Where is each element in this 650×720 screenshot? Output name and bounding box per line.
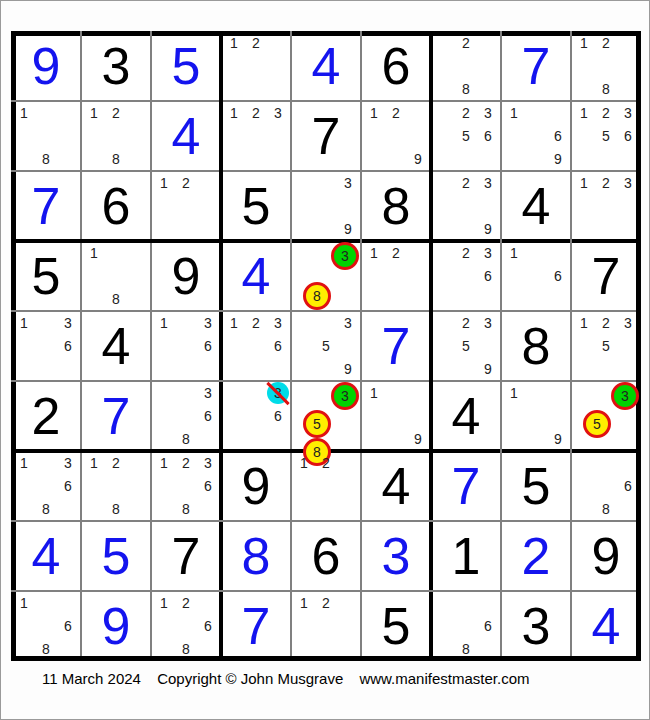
cell-r4c3[interactable]: 9	[151, 241, 221, 311]
cell-r3c4[interactable]: 5	[221, 171, 291, 241]
candidate-slot-7	[293, 282, 303, 310]
candidates-grid: 12	[363, 242, 429, 310]
cell-r5c2[interactable]: 4	[81, 311, 151, 381]
candidate-slot-5	[105, 475, 127, 498]
candidate-slot-8	[175, 217, 197, 240]
big-digit: 4	[221, 241, 291, 311]
candidate-slot-1: 1	[573, 172, 595, 195]
candidate-slot-6	[407, 125, 429, 148]
candidate-2: 2	[175, 452, 197, 474]
cell-r1c3[interactable]: 5	[151, 31, 221, 101]
candidate-slot-3: 3	[337, 312, 359, 335]
cell-r8c3[interactable]: 7	[151, 521, 221, 591]
candidate-slot-6: 6	[267, 405, 289, 428]
candidate-2: 2	[245, 32, 267, 54]
candidate-slot-1: 1	[153, 592, 175, 615]
candidate-slot-4	[433, 615, 455, 638]
candidate-2: 2	[385, 242, 407, 264]
candidates-grid: 12368	[153, 452, 219, 520]
candidate-slot-4	[433, 125, 455, 148]
candidate-slot-1	[293, 242, 303, 270]
candidate-slot-1: 1	[223, 32, 245, 55]
big-digit: 8	[361, 171, 431, 241]
candidate-slot-7	[573, 357, 595, 380]
cell-r7c9[interactable]: 68	[571, 451, 641, 521]
candidate-slot-7	[13, 497, 35, 520]
candidates-grid: 12356	[573, 102, 639, 170]
candidate-slot-9	[477, 77, 499, 100]
candidate-slot-7	[433, 77, 455, 100]
candidate-slot-3: 3	[197, 312, 219, 335]
candidate-slot-6	[547, 405, 569, 428]
candidate-1: 1	[223, 312, 245, 334]
cell-r9c3[interactable]: 1268	[151, 591, 221, 661]
candidate-slot-1: 1	[13, 312, 35, 335]
candidate-3: 3	[477, 312, 499, 334]
candidate-slot-3: 3	[267, 382, 289, 405]
candidate-slot-3: 3	[617, 102, 639, 125]
candidate-slot-9	[617, 497, 639, 520]
candidate-6: 6	[477, 125, 499, 147]
candidates-grid: 36	[223, 382, 289, 450]
candidate-slot-4	[573, 125, 595, 148]
candidate-slot-1: 1	[153, 312, 175, 335]
candidate-slot-7	[13, 637, 35, 660]
candidate-slot-6: 6	[617, 475, 639, 498]
cell-r3c8[interactable]: 4	[501, 171, 571, 241]
candidate-slot-5	[35, 615, 57, 638]
candidate-slot-9	[57, 497, 79, 520]
candidate-8: 8	[595, 78, 617, 100]
cell-r8c7[interactable]: 1	[431, 521, 501, 591]
candidate-slot-9	[197, 497, 219, 520]
candidate-slot-9: 9	[337, 357, 359, 380]
candidate-slot-7	[153, 357, 175, 380]
candidate-slot-5	[35, 125, 57, 148]
candidate-2: 2	[595, 312, 617, 334]
candidate-slot-3	[127, 452, 149, 475]
candidate-slot-7	[293, 217, 315, 240]
candidate-6: 6	[197, 475, 219, 497]
cell-r8c1[interactable]: 4	[11, 521, 81, 591]
candidate-slot-5	[385, 125, 407, 148]
candidate-slot-4	[503, 405, 525, 428]
big-digit: 2	[501, 521, 571, 591]
candidate-1: 1	[223, 32, 245, 54]
cell-r6c2[interactable]: 7	[81, 381, 151, 451]
candidate-slot-8	[595, 357, 617, 380]
candidate-slot-6	[337, 335, 359, 358]
candidate-3-green-highlight: 3	[611, 382, 639, 410]
candidate-slot-5	[303, 270, 331, 282]
candidate-2: 2	[175, 172, 197, 194]
candidate-slot-3: 3	[477, 242, 499, 265]
candidate-slot-8: 8	[455, 77, 477, 100]
candidate-slot-3: 3	[57, 312, 79, 335]
candidate-8-yellow-highlight: 8	[303, 282, 331, 310]
candidates-grid: 359	[293, 312, 359, 380]
cell-r4c5[interactable]: 38	[291, 241, 361, 311]
candidate-slot-2: 2	[245, 312, 267, 335]
candidate-6: 6	[197, 405, 219, 427]
cell-r5c3[interactable]: 136	[151, 311, 221, 381]
cell-r1c6[interactable]: 6	[361, 31, 431, 101]
cell-r8c5[interactable]: 6	[291, 521, 361, 591]
cell-r8c4[interactable]: 8	[221, 521, 291, 591]
candidate-slot-8: 8	[35, 147, 57, 170]
cell-r3c3[interactable]: 12	[151, 171, 221, 241]
cell-r3c5[interactable]: 39	[291, 171, 361, 241]
candidate-slot-6	[337, 195, 359, 218]
candidate-slot-3: 3	[617, 172, 639, 195]
candidate-1: 1	[503, 382, 525, 404]
cell-r2c4[interactable]: 123	[221, 101, 291, 171]
candidate-6: 6	[197, 615, 219, 637]
big-digit: 5	[151, 31, 221, 101]
candidate-slot-1: 1	[363, 242, 385, 265]
candidate-8: 8	[105, 288, 127, 310]
candidate-8: 8	[35, 638, 57, 660]
candidate-slot-1	[293, 382, 303, 410]
candidate-3: 3	[267, 312, 289, 334]
candidate-1: 1	[13, 102, 35, 124]
candidate-slot-1: 1	[293, 592, 315, 615]
candidate-slot-6	[127, 125, 149, 148]
candidate-1: 1	[573, 312, 595, 334]
candidate-slot-5: 5	[315, 335, 337, 358]
cell-r7c2[interactable]: 128	[81, 451, 151, 521]
candidate-slot-8	[385, 287, 407, 310]
cell-r2c2[interactable]: 128	[81, 101, 151, 171]
cell-r1c7[interactable]: 28	[431, 31, 501, 101]
candidate-slot-2	[315, 172, 337, 195]
candidate-slot-4	[573, 195, 595, 218]
candidate-slot-8	[455, 357, 477, 380]
candidate-slot-4	[293, 270, 303, 282]
candidate-slot-6	[127, 475, 149, 498]
candidate-slot-3	[407, 382, 429, 405]
cell-r4c7[interactable]: 236	[431, 241, 501, 311]
cell-r8c2[interactable]: 5	[81, 521, 151, 591]
cell-r2c6[interactable]: 129	[361, 101, 431, 171]
candidate-slot-4	[573, 55, 595, 78]
candidates-grid: 123	[223, 102, 289, 170]
candidate-slot-5	[35, 335, 57, 358]
candidate-slot-2	[35, 102, 57, 125]
candidate-slot-3	[197, 172, 219, 195]
cell-r3c1[interactable]: 7	[11, 171, 81, 241]
cell-r5c1[interactable]: 136	[11, 311, 81, 381]
candidate-slot-8	[525, 147, 547, 170]
candidate-slot-8: 8	[105, 287, 127, 310]
candidate-3: 3	[617, 312, 639, 334]
cell-r5c9[interactable]: 1235	[571, 311, 641, 381]
cell-r3c9[interactable]: 123	[571, 171, 641, 241]
candidate-8: 8	[35, 148, 57, 170]
candidate-slot-1: 1	[13, 102, 35, 125]
candidate-slot-7	[573, 438, 583, 450]
candidate-6: 6	[267, 405, 289, 427]
cell-r7c7[interactable]: 7	[431, 451, 501, 521]
cell-r1c2[interactable]: 3	[81, 31, 151, 101]
big-digit: 6	[81, 171, 151, 241]
candidate-8: 8	[175, 638, 197, 660]
candidate-1: 1	[153, 452, 175, 474]
candidate-slot-2	[175, 312, 197, 335]
candidate-slot-7	[433, 217, 455, 240]
candidate-slot-3: 3	[197, 452, 219, 475]
candidate-slot-7	[83, 147, 105, 170]
cell-r6c8[interactable]: 19	[501, 381, 571, 451]
sudoku-page: 9351246287128181284123712923561691235676…	[0, 0, 650, 720]
cell-r7c4[interactable]: 9	[221, 451, 291, 521]
candidate-slot-3: 3	[477, 102, 499, 125]
cell-r7c3[interactable]: 12368	[151, 451, 221, 521]
cell-r7c1[interactable]: 1368	[11, 451, 81, 521]
big-digit: 8	[221, 521, 291, 591]
candidates-grid: 168	[13, 592, 79, 660]
candidate-slot-1	[293, 312, 315, 335]
candidate-1: 1	[83, 452, 105, 474]
candidate-slot-2: 2	[175, 172, 197, 195]
candidate-2: 2	[595, 102, 617, 124]
candidate-slot-9: 9	[477, 217, 499, 240]
candidate-slot-9: 9	[477, 357, 499, 380]
candidate-slot-4	[433, 265, 455, 288]
cell-r1c1[interactable]: 9	[11, 31, 81, 101]
candidates-grid: 12	[293, 592, 359, 660]
candidate-slot-1: 1	[83, 452, 105, 475]
candidate-slot-6	[127, 265, 149, 288]
candidate-slot-4	[433, 195, 455, 218]
candidate-slot-2	[105, 242, 127, 265]
cell-r6c7[interactable]: 4	[431, 381, 501, 451]
big-digit: 7	[81, 381, 151, 451]
cell-r2c7[interactable]: 2356	[431, 101, 501, 171]
cell-r2c3[interactable]: 4	[151, 101, 221, 171]
cell-r6c4[interactable]: 36	[221, 381, 291, 451]
candidate-2: 2	[455, 102, 477, 124]
candidate-slot-2: 2	[595, 102, 617, 125]
candidate-slot-1	[573, 452, 595, 475]
candidate-slot-2: 2	[455, 312, 477, 335]
candidates-grid: 128	[573, 32, 639, 100]
candidate-slot-8	[525, 287, 547, 310]
candidate-slot-2: 2	[315, 592, 337, 615]
candidate-slot-9	[617, 77, 639, 100]
candidate-slot-4	[153, 615, 175, 638]
cell-r2c9[interactable]: 12356	[571, 101, 641, 171]
candidate-slot-3	[127, 102, 149, 125]
candidate-3: 3	[337, 172, 359, 194]
candidate-1: 1	[573, 102, 595, 124]
candidate-slot-8	[175, 357, 197, 380]
candidate-slot-7	[13, 147, 35, 170]
candidate-slot-8	[315, 497, 337, 520]
candidate-3: 3	[617, 102, 639, 124]
candidate-slot-8: 8	[175, 637, 197, 660]
big-digit: 4	[501, 171, 571, 241]
candidate-6: 6	[57, 475, 79, 497]
candidate-3-cyan-highlight: 3	[267, 382, 289, 404]
candidate-slot-4	[573, 410, 583, 438]
candidate-2: 2	[315, 452, 337, 474]
candidate-9: 9	[407, 428, 429, 450]
candidate-slot-3: 3	[477, 172, 499, 195]
cell-r4c2[interactable]: 18	[81, 241, 151, 311]
candidates-grid: 358	[293, 382, 359, 450]
candidate-slot-5	[315, 615, 337, 638]
candidate-2: 2	[455, 32, 477, 54]
cell-r5c5[interactable]: 359	[291, 311, 361, 381]
candidate-slot-4	[83, 265, 105, 288]
candidate-slot-8	[315, 217, 337, 240]
cell-r3c7[interactable]: 239	[431, 171, 501, 241]
cell-r4c6[interactable]: 12	[361, 241, 431, 311]
candidate-slot-5	[385, 405, 407, 428]
candidate-slot-4	[83, 475, 105, 498]
candidate-slot-1: 1	[13, 592, 35, 615]
cell-r6c9[interactable]: 35	[571, 381, 641, 451]
cell-r9c6[interactable]: 5	[361, 591, 431, 661]
cell-r2c8[interactable]: 169	[501, 101, 571, 171]
candidate-slot-7	[223, 427, 245, 450]
cell-r4c8[interactable]: 16	[501, 241, 571, 311]
candidate-slot-9	[337, 637, 359, 660]
cell-r6c5[interactable]: 358	[291, 381, 361, 451]
candidate-slot-3: 3	[57, 452, 79, 475]
big-digit: 4	[431, 381, 501, 451]
cell-r1c9[interactable]: 128	[571, 31, 641, 101]
candidate-slot-2	[175, 382, 197, 405]
candidate-slot-8: 8	[595, 497, 617, 520]
cell-r2c5[interactable]: 7	[291, 101, 361, 171]
candidate-slot-4	[293, 195, 315, 218]
cell-r6c6[interactable]: 19	[361, 381, 431, 451]
candidate-slot-2	[303, 242, 331, 270]
cell-r4c4[interactable]: 4	[221, 241, 291, 311]
cell-r5c8[interactable]: 8	[501, 311, 571, 381]
candidate-slot-4	[433, 55, 455, 78]
candidate-slot-3: 3	[617, 312, 639, 335]
cell-r4c1[interactable]: 5	[11, 241, 81, 311]
candidate-slot-5	[105, 125, 127, 148]
candidate-slot-9	[197, 217, 219, 240]
big-digit: 4	[571, 591, 641, 661]
candidate-slot-5: 5	[455, 335, 477, 358]
candidate-slot-3	[477, 32, 499, 55]
candidate-5: 5	[455, 125, 477, 147]
cell-r8c8[interactable]: 2	[501, 521, 571, 591]
cell-r8c6[interactable]: 3	[361, 521, 431, 591]
candidate-6: 6	[617, 475, 639, 497]
candidate-slot-3	[617, 452, 639, 475]
candidate-3: 3	[197, 382, 219, 404]
candidate-slot-8	[245, 357, 267, 380]
cell-r7c6[interactable]: 4	[361, 451, 431, 521]
candidate-slot-6: 6	[57, 475, 79, 498]
cell-r9c9[interactable]: 4	[571, 591, 641, 661]
candidate-slot-5	[525, 265, 547, 288]
candidate-slot-3	[547, 242, 569, 265]
candidate-slot-9	[611, 438, 639, 450]
cell-r1c8[interactable]: 7	[501, 31, 571, 101]
candidates-grid: 38	[293, 242, 359, 310]
big-digit: 3	[361, 521, 431, 591]
big-digit: 7	[571, 241, 641, 311]
candidate-slot-6: 6	[57, 335, 79, 358]
candidate-slot-8	[583, 438, 611, 450]
candidate-6: 6	[547, 265, 569, 287]
candidate-slot-7	[83, 497, 105, 520]
cell-r5c6[interactable]: 7	[361, 311, 431, 381]
candidates-grid: 136	[13, 312, 79, 380]
cell-r5c7[interactable]: 2359	[431, 311, 501, 381]
candidate-slot-1: 1	[153, 172, 175, 195]
candidate-slot-1	[433, 102, 455, 125]
cell-r9c5[interactable]: 12	[291, 591, 361, 661]
candidate-slot-7	[503, 427, 525, 450]
candidate-3: 3	[197, 452, 219, 474]
cell-r2c1[interactable]: 18	[11, 101, 81, 171]
candidate-3: 3	[197, 312, 219, 334]
candidate-2: 2	[455, 242, 477, 264]
cell-r1c4[interactable]: 12	[221, 31, 291, 101]
big-digit: 5	[221, 171, 291, 241]
candidate-8: 8	[35, 498, 57, 520]
candidate-slot-8	[455, 217, 477, 240]
cell-r9c8[interactable]: 3	[501, 591, 571, 661]
candidate-slot-1	[223, 382, 245, 405]
candidate-slot-6	[337, 475, 359, 498]
candidate-slot-8: 8	[35, 637, 57, 660]
cell-r7c5[interactable]: 12	[291, 451, 361, 521]
candidate-slot-8	[525, 427, 547, 450]
candidate-slot-1: 1	[223, 312, 245, 335]
cell-r1c5[interactable]: 4	[291, 31, 361, 101]
cell-r9c1[interactable]: 168	[11, 591, 81, 661]
candidate-slot-6	[617, 55, 639, 78]
candidate-3: 3	[477, 102, 499, 124]
cell-r4c9[interactable]: 7	[571, 241, 641, 311]
candidate-5: 5	[595, 125, 617, 147]
cell-r5c4[interactable]: 1236	[221, 311, 291, 381]
candidate-slot-5	[175, 615, 197, 638]
candidate-9: 9	[337, 358, 359, 380]
cell-r9c4[interactable]: 7	[221, 591, 291, 661]
big-digit: 6	[361, 31, 431, 101]
cell-r9c2[interactable]: 9	[81, 591, 151, 661]
candidate-3: 3	[617, 172, 639, 194]
candidate-slot-3	[547, 382, 569, 405]
candidate-slot-5: 5	[583, 410, 611, 438]
cell-r8c9[interactable]: 9	[571, 521, 641, 591]
candidate-2: 2	[105, 102, 127, 124]
candidate-slot-3: 3	[331, 382, 359, 410]
candidate-slot-2	[35, 592, 57, 615]
cell-r7c8[interactable]: 5	[501, 451, 571, 521]
cell-r6c3[interactable]: 368	[151, 381, 221, 451]
cell-r3c2[interactable]: 6	[81, 171, 151, 241]
cell-r3c6[interactable]: 8	[361, 171, 431, 241]
candidate-slot-1: 1	[363, 102, 385, 125]
candidate-9: 9	[407, 148, 429, 170]
cell-r6c1[interactable]: 2	[11, 381, 81, 451]
candidate-slot-5	[525, 125, 547, 148]
cell-r9c7[interactable]: 68	[431, 591, 501, 661]
candidate-slot-6: 6	[477, 265, 499, 288]
candidate-slot-2: 2	[455, 32, 477, 55]
